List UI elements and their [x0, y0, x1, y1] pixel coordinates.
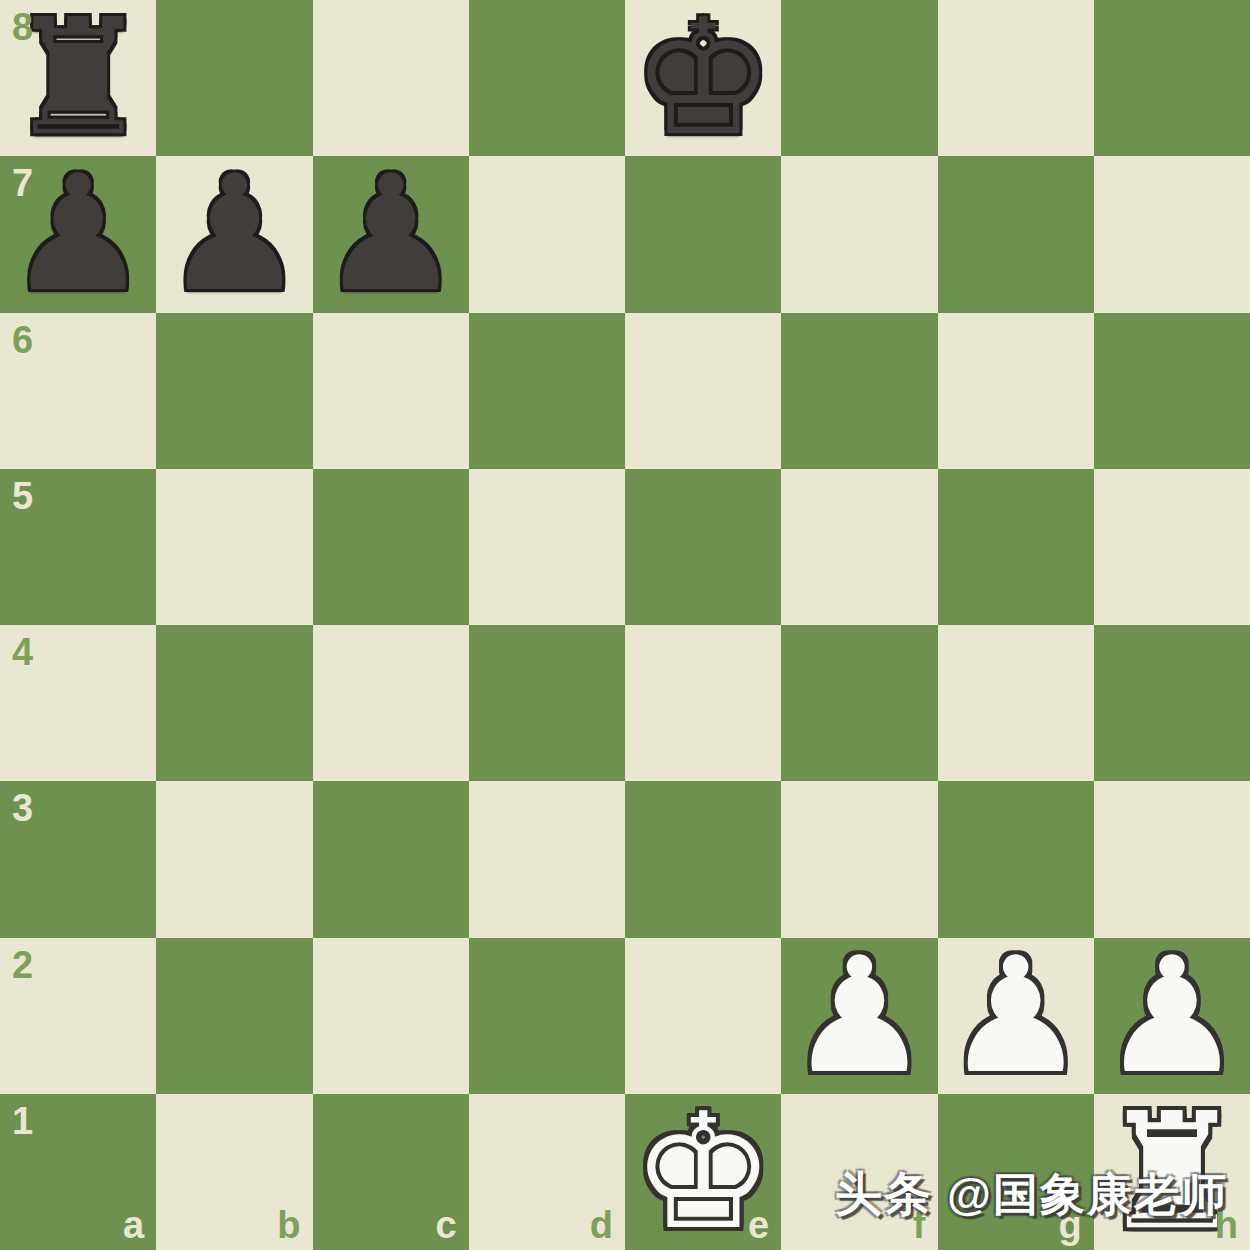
rank-label-4: 4: [12, 633, 33, 671]
square-b1[interactable]: b: [156, 1094, 312, 1250]
square-g4[interactable]: [938, 625, 1094, 781]
square-c6[interactable]: [313, 313, 469, 469]
file-label-c: c: [436, 1206, 457, 1244]
square-d1[interactable]: d: [469, 1094, 625, 1250]
square-e6[interactable]: [625, 313, 781, 469]
square-d2[interactable]: [469, 938, 625, 1094]
rank-label-6: 6: [12, 321, 33, 359]
square-a6[interactable]: 6: [0, 313, 156, 469]
chess-board: ♜8♚♟7♟♟65432♟♟♟1abcd♚efg♜h: [0, 0, 1250, 1250]
square-g8[interactable]: [938, 0, 1094, 156]
square-f8[interactable]: [781, 0, 937, 156]
square-f7[interactable]: [781, 156, 937, 312]
square-e8[interactable]: ♚: [625, 0, 781, 156]
square-a8[interactable]: ♜8: [0, 0, 156, 156]
square-c4[interactable]: [313, 625, 469, 781]
square-e1[interactable]: ♚e: [625, 1094, 781, 1250]
square-g2[interactable]: ♟: [938, 938, 1094, 1094]
square-d7[interactable]: [469, 156, 625, 312]
square-b3[interactable]: [156, 781, 312, 937]
square-c2[interactable]: [313, 938, 469, 1094]
square-e4[interactable]: [625, 625, 781, 781]
piece-black-pawn[interactable]: ♟: [156, 156, 312, 312]
square-d3[interactable]: [469, 781, 625, 937]
piece-white-pawn[interactable]: ♟: [781, 938, 937, 1094]
watermark-handle: @国象康老师: [947, 1169, 1228, 1220]
square-g7[interactable]: [938, 156, 1094, 312]
square-b6[interactable]: [156, 313, 312, 469]
square-a2[interactable]: 2: [0, 938, 156, 1094]
watermark-brand: 头条: [835, 1167, 933, 1220]
square-h3[interactable]: [1094, 781, 1250, 937]
file-label-e: e: [748, 1206, 769, 1244]
square-e2[interactable]: [625, 938, 781, 1094]
square-b7[interactable]: ♟: [156, 156, 312, 312]
square-f5[interactable]: [781, 469, 937, 625]
square-a4[interactable]: 4: [0, 625, 156, 781]
square-a3[interactable]: 3: [0, 781, 156, 937]
square-h2[interactable]: ♟: [1094, 938, 1250, 1094]
square-c7[interactable]: ♟: [313, 156, 469, 312]
square-f6[interactable]: [781, 313, 937, 469]
square-h4[interactable]: [1094, 625, 1250, 781]
square-e3[interactable]: [625, 781, 781, 937]
square-d6[interactable]: [469, 313, 625, 469]
square-g6[interactable]: [938, 313, 1094, 469]
piece-black-pawn[interactable]: ♟: [313, 156, 469, 312]
rank-label-7: 7: [12, 164, 33, 202]
square-c3[interactable]: [313, 781, 469, 937]
rank-label-5: 5: [12, 477, 33, 515]
file-label-b: b: [277, 1206, 300, 1244]
square-f3[interactable]: [781, 781, 937, 937]
square-f4[interactable]: [781, 625, 937, 781]
square-b2[interactable]: [156, 938, 312, 1094]
square-b4[interactable]: [156, 625, 312, 781]
watermark: 头条@国象康老师: [835, 1163, 1228, 1226]
square-e5[interactable]: [625, 469, 781, 625]
square-g3[interactable]: [938, 781, 1094, 937]
square-f2[interactable]: ♟: [781, 938, 937, 1094]
square-b8[interactable]: [156, 0, 312, 156]
piece-white-pawn[interactable]: ♟: [938, 938, 1094, 1094]
square-c1[interactable]: c: [313, 1094, 469, 1250]
square-c8[interactable]: [313, 0, 469, 156]
square-h8[interactable]: [1094, 0, 1250, 156]
rank-label-2: 2: [12, 946, 33, 984]
square-d4[interactable]: [469, 625, 625, 781]
square-a5[interactable]: 5: [0, 469, 156, 625]
square-e7[interactable]: [625, 156, 781, 312]
square-a1[interactable]: 1a: [0, 1094, 156, 1250]
file-label-a: a: [123, 1206, 144, 1244]
square-h6[interactable]: [1094, 313, 1250, 469]
rank-label-1: 1: [12, 1102, 33, 1140]
square-d5[interactable]: [469, 469, 625, 625]
file-label-d: d: [590, 1206, 613, 1244]
rank-label-3: 3: [12, 789, 33, 827]
square-g5[interactable]: [938, 469, 1094, 625]
piece-black-king[interactable]: ♚: [625, 0, 781, 156]
square-h5[interactable]: [1094, 469, 1250, 625]
square-c5[interactable]: [313, 469, 469, 625]
square-d8[interactable]: [469, 0, 625, 156]
square-h7[interactable]: [1094, 156, 1250, 312]
square-b5[interactable]: [156, 469, 312, 625]
chess-board-wrapper: ♜8♚♟7♟♟65432♟♟♟1abcd♚efg♜h 头条@国象康老师: [0, 0, 1250, 1250]
square-a7[interactable]: ♟7: [0, 156, 156, 312]
rank-label-8: 8: [12, 8, 33, 46]
piece-white-pawn[interactable]: ♟: [1094, 938, 1250, 1094]
